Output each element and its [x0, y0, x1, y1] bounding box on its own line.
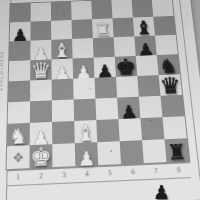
square-a6 — [9, 41, 30, 61]
square-h8 — [152, 0, 174, 17]
square-a7: ♟ — [10, 22, 31, 42]
square-f5: ♚ — [115, 56, 138, 77]
square-d4 — [73, 78, 95, 100]
square-a4 — [8, 80, 30, 102]
square-h2 — [162, 116, 186, 139]
square-g7: ♝ — [133, 17, 155, 37]
file-label-4: 4 — [75, 167, 98, 182]
square-c3 — [52, 99, 74, 121]
square-b4 — [30, 80, 52, 102]
square-a5 — [9, 60, 31, 81]
square-a8 — [10, 3, 31, 22]
file-label-3: 3 — [52, 168, 75, 183]
square-b8 — [31, 2, 52, 21]
square-c8 — [51, 2, 72, 21]
file-label-6: 6 — [121, 165, 145, 180]
square-c5: ♟ — [51, 59, 73, 80]
square-d7 — [72, 19, 93, 39]
square-c6: ♝ — [51, 39, 72, 59]
square-h4: ♛ — [159, 74, 183, 96]
square-d3 — [74, 99, 97, 121]
board-brand-text: EXECUCHESS — [0, 51, 5, 91]
square-f4 — [116, 76, 139, 98]
square-h5: ♞ — [157, 54, 180, 75]
square-h3 — [161, 95, 185, 117]
square-f6 — [114, 36, 136, 56]
square-a1: ❖ — [7, 145, 30, 169]
square-c1 — [52, 143, 75, 167]
square-g1 — [142, 139, 166, 163]
square-e3 — [95, 98, 118, 120]
square-f1 — [120, 140, 144, 164]
file-label-1: 1 — [6, 170, 29, 185]
square-g4 — [137, 75, 160, 97]
board-edge-marks: ···· — [184, 7, 190, 18]
square-a2: ♞ — [7, 123, 30, 146]
square-f8 — [111, 0, 132, 18]
file-label-2: 2 — [29, 169, 52, 184]
square-g2 — [140, 117, 164, 140]
square-e6 — [93, 37, 115, 57]
square-c4 — [52, 79, 74, 101]
file-label-8: 8 — [167, 163, 191, 178]
square-d5: ♟ — [73, 58, 95, 79]
square-e8 — [91, 0, 112, 19]
square-b3 — [30, 100, 52, 122]
square-h6 — [155, 35, 178, 55]
square-e7: ♜ — [92, 18, 114, 38]
square-g3 — [139, 96, 163, 118]
chess-board: EXECUCHESS ···· ♟♜♝♟♝♟♛♟♟♟♚♞♛♟♞♟♝❖♚♟♜ 12… — [0, 0, 200, 200]
white-pawn-d1: ♟ — [75, 148, 98, 168]
square-g8 — [132, 0, 154, 18]
square-h7 — [153, 16, 175, 36]
square-e5: ♟ — [94, 57, 116, 78]
black-rook-h1: ♜ — [165, 142, 190, 164]
square-e2 — [96, 119, 119, 142]
square-b5: ♛ — [30, 59, 51, 80]
square-d1: ♟ — [75, 142, 98, 166]
square-c7 — [51, 20, 72, 40]
square-f3: ♟ — [117, 97, 140, 119]
square-e1 — [97, 141, 121, 165]
square-b2: ♟ — [30, 122, 53, 145]
square-f7 — [112, 18, 134, 38]
square-h1: ♜ — [164, 138, 189, 162]
square-a3 — [8, 101, 30, 124]
square-f2 — [118, 118, 142, 141]
square-d8 — [71, 1, 92, 20]
square-b1: ♚ — [30, 144, 53, 168]
square-g5 — [136, 55, 159, 76]
square-b7 — [30, 21, 51, 41]
square-d2: ♝ — [74, 120, 97, 143]
square-g6: ♟ — [134, 36, 156, 56]
square-d6 — [72, 38, 94, 58]
file-label-5: 5 — [98, 166, 122, 181]
board-grid: ♟♜♝♟♝♟♛♟♟♟♚♞♛♟♞♟♝❖♚♟♜ — [7, 0, 190, 169]
chessboard-photo: EXECUCHESS ···· ♟♜♝♟♝♟♛♟♟♟♚♞♛♟♞♟♝❖♚♟♜ 12… — [0, 0, 200, 200]
square-b6: ♟ — [30, 40, 51, 60]
file-label-7: 7 — [144, 164, 168, 179]
square-e4 — [95, 77, 118, 99]
square-c2 — [52, 121, 75, 144]
board-maker-emblem: ❖ — [7, 145, 30, 169]
white-king-b1: ♚ — [30, 145, 53, 170]
